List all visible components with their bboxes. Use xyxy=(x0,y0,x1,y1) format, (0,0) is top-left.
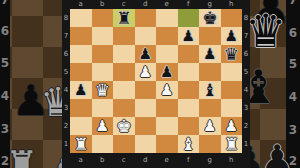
rank-label-8: 8 xyxy=(62,9,70,27)
square-g1[interactable] xyxy=(199,135,221,153)
background-rank-number: 3 xyxy=(0,121,10,137)
white-bishop: ♝ xyxy=(178,135,200,153)
file-label-g: g xyxy=(199,153,221,168)
file-label-f: f xyxy=(178,153,200,168)
black-queen: ♛ xyxy=(221,45,243,63)
square-c2[interactable]: ♚ xyxy=(113,117,135,135)
black-pawn: ♟ xyxy=(135,45,157,63)
square-g3[interactable] xyxy=(199,99,221,117)
rank-label-2: 2 xyxy=(242,117,250,135)
white-rook: ♜ xyxy=(221,135,243,153)
square-h2[interactable]: ♟ xyxy=(221,117,243,135)
white-pawn: ♟ xyxy=(92,117,114,135)
square-c8[interactable]: ♜ xyxy=(113,9,135,27)
background-rank-number: 5 xyxy=(286,56,300,72)
black-pawn: ♟ xyxy=(199,45,221,63)
black-pawn: ♟ xyxy=(178,27,200,45)
square-f6[interactable] xyxy=(178,45,200,63)
square-e4[interactable]: ♟ xyxy=(156,81,178,99)
square-h6[interactable]: ♛ xyxy=(221,45,243,63)
square-d1[interactable] xyxy=(135,135,157,153)
square-g5[interactable] xyxy=(199,63,221,81)
rank-label-6: 6 xyxy=(62,45,70,63)
file-label-c: c xyxy=(113,153,135,168)
file-label-b: b xyxy=(92,153,114,168)
background-rank-number: 4 xyxy=(286,89,300,105)
square-g8[interactable]: ♚ xyxy=(199,9,221,27)
file-labels-top: abcdefgh xyxy=(70,0,242,9)
white-rook: ♜ xyxy=(70,135,92,153)
square-e3[interactable] xyxy=(156,99,178,117)
square-h5[interactable] xyxy=(221,63,243,81)
square-c1[interactable] xyxy=(113,135,135,153)
white-pawn: ♟ xyxy=(156,81,178,99)
rank-label-4: 4 xyxy=(242,81,250,99)
square-g7[interactable] xyxy=(199,27,221,45)
rank-label-5: 5 xyxy=(62,63,70,81)
white-pawn: ♟ xyxy=(135,63,157,81)
square-g4[interactable]: ♝ xyxy=(199,81,221,99)
rank-label-6: 6 xyxy=(242,45,250,63)
square-b5[interactable] xyxy=(92,63,114,81)
square-b6[interactable] xyxy=(92,45,114,63)
square-f5[interactable] xyxy=(178,63,200,81)
rank-labels-right: 87654321 xyxy=(242,9,250,153)
square-e7[interactable] xyxy=(156,27,178,45)
square-c3[interactable] xyxy=(113,99,135,117)
square-a4[interactable]: ♟ xyxy=(70,81,92,99)
square-a8[interactable] xyxy=(70,9,92,27)
app-screenshot: 765432 765432 ♟♛♜♟♟♛♝♟♟ abcdefgh 8765432… xyxy=(0,0,300,168)
background-rank-number: 4 xyxy=(0,88,10,104)
square-b1[interactable] xyxy=(92,135,114,153)
black-pawn: ♟ xyxy=(70,81,92,99)
square-f2[interactable] xyxy=(178,117,200,135)
square-a2[interactable] xyxy=(70,117,92,135)
rank-label-3: 3 xyxy=(242,99,250,117)
chess-board: abcdefgh 87654321 87654321 abcdefgh ♜♚♟♟… xyxy=(62,0,250,168)
file-label-e: e xyxy=(156,153,178,168)
square-d8[interactable] xyxy=(135,9,157,27)
pawn-ghost-bottom-right-2: ♟ xyxy=(260,140,294,168)
square-f3[interactable] xyxy=(178,99,200,117)
square-d3[interactable] xyxy=(135,99,157,117)
background-rank-number: 7 xyxy=(0,0,10,8)
square-c6[interactable] xyxy=(113,45,135,63)
square-d5[interactable]: ♟ xyxy=(135,63,157,81)
file-label-h: h xyxy=(221,0,243,9)
rank-label-1: 1 xyxy=(62,135,70,153)
rank-label-3: 3 xyxy=(62,99,70,117)
white-pawn: ♟ xyxy=(199,117,221,135)
white-pawn: ♟ xyxy=(221,117,243,135)
white-queen: ♛ xyxy=(92,81,114,99)
square-h3[interactable] xyxy=(221,99,243,117)
file-label-d: d xyxy=(135,0,157,9)
square-a5[interactable] xyxy=(70,63,92,81)
queen-ghost-right: ♛ xyxy=(245,8,286,54)
square-e2[interactable] xyxy=(156,117,178,135)
rank-label-1: 1 xyxy=(242,135,250,153)
square-b3[interactable] xyxy=(92,99,114,117)
square-a6[interactable] xyxy=(70,45,92,63)
black-pawn: ♟ xyxy=(156,63,178,81)
square-f8[interactable] xyxy=(178,9,200,27)
file-label-e: e xyxy=(156,0,178,9)
square-b8[interactable] xyxy=(92,9,114,27)
square-d7[interactable] xyxy=(135,27,157,45)
rank-label-7: 7 xyxy=(242,27,250,45)
square-e6[interactable] xyxy=(156,45,178,63)
square-d4[interactable] xyxy=(135,81,157,99)
file-label-d: d xyxy=(135,153,157,168)
square-h8[interactable] xyxy=(221,9,243,27)
square-b4[interactable]: ♛ xyxy=(92,81,114,99)
square-c4[interactable] xyxy=(113,81,135,99)
square-b7[interactable] xyxy=(92,27,114,45)
background-rank-number: 3 xyxy=(286,122,300,138)
square-d2[interactable] xyxy=(135,117,157,135)
rank-label-5: 5 xyxy=(242,63,250,81)
background-rank-number: 6 xyxy=(0,23,10,39)
square-e8[interactable] xyxy=(156,9,178,27)
square-f1[interactable]: ♝ xyxy=(178,135,200,153)
file-label-b: b xyxy=(92,0,114,9)
board-squares: ♜♚♟♟♟♟♛♟♟♟♛♟♝♟♚♟♟♜♝♜ xyxy=(70,9,242,153)
square-c7[interactable] xyxy=(113,27,135,45)
square-a7[interactable] xyxy=(70,27,92,45)
rank-labels-left: 87654321 xyxy=(62,9,70,153)
square-a1[interactable]: ♜ xyxy=(70,135,92,153)
square-e1[interactable] xyxy=(156,135,178,153)
square-e5[interactable]: ♟ xyxy=(156,63,178,81)
square-g2[interactable]: ♟ xyxy=(199,117,221,135)
file-label-g: g xyxy=(199,0,221,9)
file-label-h: h xyxy=(221,153,243,168)
file-label-f: f xyxy=(178,0,200,9)
white-king: ♚ xyxy=(113,117,135,135)
rank-label-7: 7 xyxy=(62,27,70,45)
square-h4[interactable] xyxy=(221,81,243,99)
square-f7[interactable]: ♟ xyxy=(178,27,200,45)
rank-label-8: 8 xyxy=(242,9,250,27)
square-b2[interactable]: ♟ xyxy=(92,117,114,135)
square-g6[interactable]: ♟ xyxy=(199,45,221,63)
square-f4[interactable] xyxy=(178,81,200,99)
square-h7[interactable]: ♟ xyxy=(221,27,243,45)
rank-label-4: 4 xyxy=(62,81,70,99)
square-c5[interactable] xyxy=(113,63,135,81)
rank-label-2: 2 xyxy=(62,117,70,135)
file-label-a: a xyxy=(70,153,92,168)
black-bishop: ♝ xyxy=(199,81,221,99)
square-a3[interactable] xyxy=(70,99,92,117)
file-label-c: c xyxy=(113,0,135,9)
square-d6[interactable]: ♟ xyxy=(135,45,157,63)
background-rank-number: 5 xyxy=(0,55,10,71)
file-label-a: a xyxy=(70,0,92,9)
rook-ghost-bottom-left: ♜ xyxy=(5,146,39,168)
black-king: ♚ xyxy=(199,9,221,27)
black-rook: ♜ xyxy=(113,9,135,27)
file-labels-bottom: abcdefgh xyxy=(70,153,242,168)
black-pawn: ♟ xyxy=(221,27,243,45)
square-h1[interactable]: ♜ xyxy=(221,135,243,153)
